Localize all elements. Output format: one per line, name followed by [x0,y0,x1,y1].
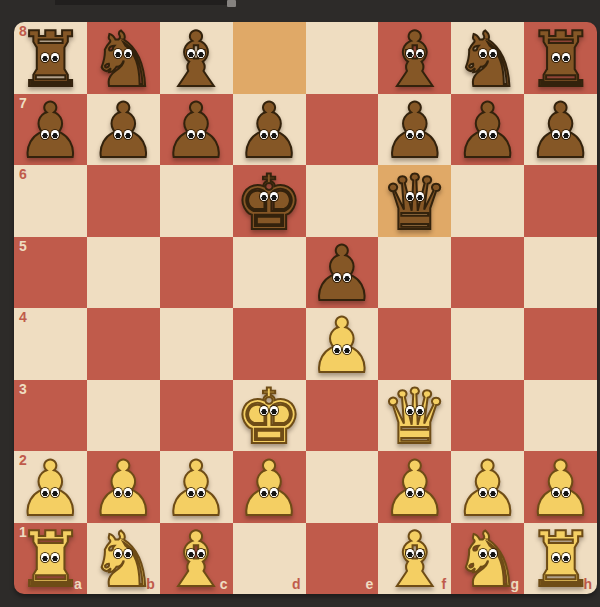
square-e2[interactable] [306,451,379,523]
square-e7[interactable] [306,94,379,166]
square-g6[interactable] [451,165,524,237]
white-bishop-icon: ♝ [162,522,230,598]
scrollbar-handle-icon[interactable] [227,0,236,7]
cartoon-eyes-icon [41,130,59,139]
square-c5[interactable] [160,237,233,309]
square-b5[interactable] [87,237,160,309]
cartoon-eyes-icon [479,488,497,497]
piece-white-rook-a1[interactable]: ♜ [14,522,87,598]
cartoon-eyes-icon [260,488,278,497]
cartoon-eyes-icon [187,488,205,497]
square-g1[interactable]: g♞ [451,523,524,595]
cartoon-eyes-icon [114,549,132,558]
square-d8[interactable] [233,22,306,94]
cartoon-eyes-icon [260,130,278,139]
cartoon-eyes-icon [552,553,570,562]
square-f8[interactable]: ♝ [378,22,451,94]
square-g7[interactable]: ♟ [451,94,524,166]
black-king-icon: ♚ [235,165,303,241]
square-c2[interactable]: ♟ [160,451,233,523]
piece-white-rook-h1[interactable]: ♜ [524,522,597,598]
square-e5[interactable]: ♟ [306,237,379,309]
square-e6[interactable] [306,165,379,237]
square-a4[interactable]: 4 [14,308,87,380]
piece-black-king-d6[interactable]: ♚ [233,165,306,241]
square-d2[interactable]: ♟ [233,451,306,523]
square-h3[interactable] [524,380,597,452]
square-b6[interactable] [87,165,160,237]
square-f4[interactable] [378,308,451,380]
square-e1[interactable]: e [306,523,379,595]
square-e8[interactable] [306,22,379,94]
cartoon-eyes-icon [552,53,570,62]
square-f2[interactable]: ♟ [378,451,451,523]
piece-black-pawn-h7[interactable]: ♟ [524,93,597,169]
cartoon-eyes-icon [41,488,59,497]
piece-black-pawn-g7[interactable]: ♟ [451,93,524,169]
square-d6[interactable]: ♚ [233,165,306,237]
rank-label-5: 5 [19,239,27,253]
square-h7[interactable]: ♟ [524,94,597,166]
white-bishop-icon: ♝ [381,522,449,598]
square-b7[interactable]: ♟ [87,94,160,166]
square-h4[interactable] [524,308,597,380]
cartoon-eyes-icon [114,130,132,139]
square-d1[interactable]: d [233,523,306,595]
cartoon-eyes-icon [187,130,205,139]
square-b1[interactable]: b♞ [87,523,160,595]
cartoon-eyes-icon [479,49,497,58]
square-f1[interactable]: f♝ [378,523,451,595]
square-f6[interactable]: ♛ [378,165,451,237]
piece-black-pawn-b7[interactable]: ♟ [87,93,160,169]
cartoon-eyes-icon [260,192,278,201]
cartoon-eyes-icon [406,192,424,201]
chess-board: 8♜♞♝♝♞♜7♟♟♟♟♟♟♟6♚♛5♟4♟3♚♛2♟♟♟♟♟♟♟1a♜b♞c♝… [14,22,597,594]
piece-white-bishop-f1[interactable]: ♝ [378,522,451,598]
cartoon-eyes-icon [479,130,497,139]
square-b4[interactable] [87,308,160,380]
square-d4[interactable] [233,308,306,380]
app-background: 8♜♞♝♝♞♜7♟♟♟♟♟♟♟6♚♛5♟4♟3♚♛2♟♟♟♟♟♟♟1a♜b♞c♝… [0,0,600,607]
cartoon-eyes-icon [41,53,59,62]
square-b8[interactable]: ♞ [87,22,160,94]
square-a3[interactable]: 3 [14,380,87,452]
square-e3[interactable] [306,380,379,452]
square-f3[interactable]: ♛ [378,380,451,452]
square-c4[interactable] [160,308,233,380]
square-a1[interactable]: 1a♜ [14,523,87,595]
white-knight-icon: ♞ [454,522,522,598]
cartoon-eyes-icon [187,49,205,58]
square-b2[interactable]: ♟ [87,451,160,523]
square-a8[interactable]: 8♜ [14,22,87,94]
cartoon-eyes-icon [406,49,424,58]
cartoon-eyes-icon [406,549,424,558]
square-d3[interactable]: ♚ [233,380,306,452]
square-d7[interactable]: ♟ [233,94,306,166]
square-c7[interactable]: ♟ [160,94,233,166]
square-h1[interactable]: h♜ [524,523,597,595]
square-b3[interactable] [87,380,160,452]
cartoon-eyes-icon [333,345,351,354]
piece-white-pawn-d2[interactable]: ♟ [233,451,306,527]
cartoon-eyes-icon [333,273,351,282]
cartoon-eyes-icon [552,130,570,139]
square-g8[interactable]: ♞ [451,22,524,94]
cartoon-eyes-icon [406,130,424,139]
square-e4[interactable]: ♟ [306,308,379,380]
file-label-e: e [366,577,374,591]
piece-black-pawn-a7[interactable]: ♟ [14,93,87,169]
rank-label-4: 4 [19,310,27,324]
square-a2[interactable]: 2♟ [14,451,87,523]
square-a6[interactable]: 6 [14,165,87,237]
square-h6[interactable] [524,165,597,237]
cartoon-eyes-icon [552,488,570,497]
square-a7[interactable]: 7♟ [14,94,87,166]
piece-white-knight-b1[interactable]: ♞ [87,522,160,598]
square-g2[interactable]: ♟ [451,451,524,523]
square-g3[interactable] [451,380,524,452]
piece-white-bishop-c1[interactable]: ♝ [160,522,233,598]
square-h8[interactable]: ♜ [524,22,597,94]
square-g4[interactable] [451,308,524,380]
piece-black-queen-f6[interactable]: ♛ [378,165,451,241]
piece-white-knight-g1[interactable]: ♞ [451,522,524,598]
top-ui-bar [55,0,235,5]
cartoon-eyes-icon [260,406,278,415]
square-c1[interactable]: c♝ [160,523,233,595]
piece-white-pawn-e4[interactable]: ♟ [306,308,379,384]
cartoon-eyes-icon [406,488,424,497]
square-c8[interactable]: ♝ [160,22,233,94]
square-d5[interactable] [233,237,306,309]
piece-black-pawn-c7[interactable]: ♟ [160,93,233,169]
white-knight-icon: ♞ [89,522,157,598]
square-c3[interactable] [160,380,233,452]
cartoon-eyes-icon [114,49,132,58]
square-c6[interactable] [160,165,233,237]
file-label-d: d [292,577,301,591]
square-a5[interactable]: 5 [14,237,87,309]
cartoon-eyes-icon [479,549,497,558]
cartoon-eyes-icon [41,553,59,562]
black-queen-icon: ♛ [381,165,449,241]
square-g5[interactable] [451,237,524,309]
square-f7[interactable]: ♟ [378,94,451,166]
rank-label-3: 3 [19,382,27,396]
cartoon-eyes-icon [114,488,132,497]
cartoon-eyes-icon [406,406,424,415]
square-h5[interactable] [524,237,597,309]
square-h2[interactable]: ♟ [524,451,597,523]
square-f5[interactable] [378,237,451,309]
cartoon-eyes-icon [187,549,205,558]
